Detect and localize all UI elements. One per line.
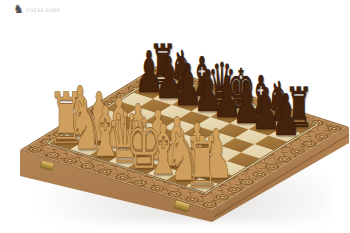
logo-text: chess shop bbox=[26, 6, 60, 12]
product-photo: ♞ chess shop ♜♞♝♛♚♝♞♜♟♟♟♟♟♟♟♟♟♟♟♟♟♟♟♟♜♞♝… bbox=[0, 0, 350, 233]
shop-logo: ♞ chess shop bbox=[13, 3, 68, 15]
knight-logo-icon: ♞ bbox=[13, 3, 24, 15]
